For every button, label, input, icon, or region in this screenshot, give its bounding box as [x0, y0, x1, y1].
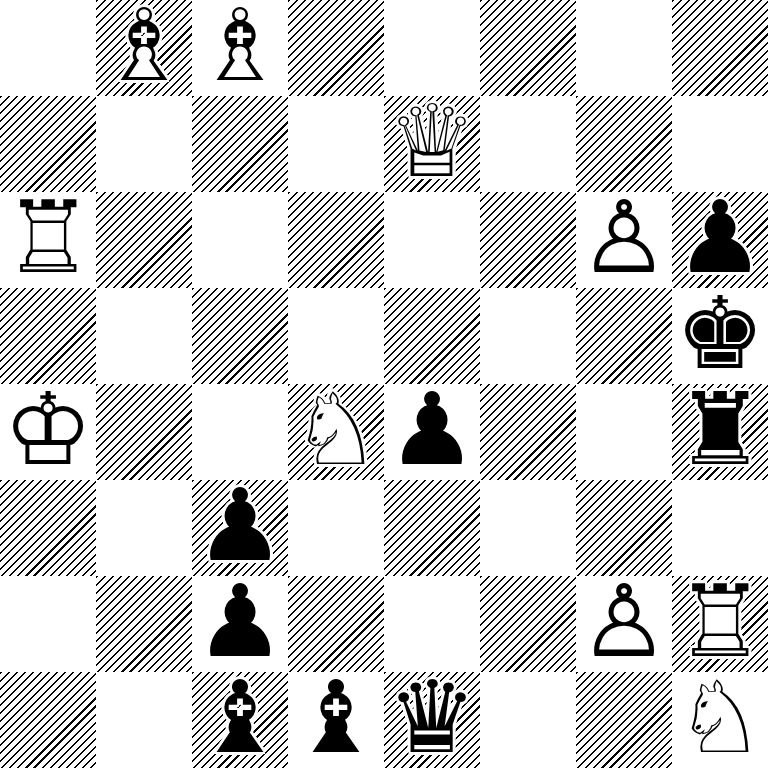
square-h5[interactable]: ♚♚ — [672, 288, 768, 384]
square-e2[interactable] — [384, 576, 480, 672]
square-a7[interactable] — [0, 96, 96, 192]
square-e1[interactable]: ♛♛ — [384, 672, 480, 768]
square-f5[interactable] — [480, 288, 576, 384]
square-e4[interactable]: ♟♟ — [384, 384, 480, 480]
square-g2[interactable]: ♟♙ — [576, 576, 672, 672]
square-a8[interactable] — [0, 0, 96, 96]
black-pawn-piece: ♟ — [192, 478, 288, 574]
black-pawn-piece: ♟ — [672, 190, 768, 286]
square-a6[interactable]: ♜♖ — [0, 192, 96, 288]
square-d1[interactable]: ♝♝ — [288, 672, 384, 768]
square-b8[interactable]: ♝♗ — [96, 0, 192, 96]
square-b1[interactable] — [96, 672, 192, 768]
square-b5[interactable] — [96, 288, 192, 384]
white-bishop-piece: ♗ — [192, 0, 288, 94]
square-a3[interactable] — [0, 480, 96, 576]
square-c7[interactable] — [192, 96, 288, 192]
white-knight-piece: ♘ — [288, 382, 384, 478]
white-pawn-piece: ♙ — [576, 574, 672, 670]
black-rook-halo: ♜ — [672, 382, 768, 478]
square-h6[interactable]: ♟♟ — [672, 192, 768, 288]
square-d2[interactable] — [288, 576, 384, 672]
square-g5[interactable] — [576, 288, 672, 384]
square-f1[interactable] — [480, 672, 576, 768]
square-f3[interactable] — [480, 480, 576, 576]
square-h7[interactable] — [672, 96, 768, 192]
white-pawn-halo: ♟ — [576, 190, 672, 286]
square-d3[interactable] — [288, 480, 384, 576]
square-a1[interactable] — [0, 672, 96, 768]
white-knight-piece: ♘ — [672, 670, 768, 766]
chess-board: ♝♗♝♗♛♕♜♖♟♙♟♟♚♚♚♔♞♘♟♟♜♜♟♟♟♟♟♙♜♖♝♝♝♝♛♛♞♘ — [0, 0, 768, 768]
square-f7[interactable] — [480, 96, 576, 192]
square-g3[interactable] — [576, 480, 672, 576]
square-d7[interactable] — [288, 96, 384, 192]
square-c8[interactable]: ♝♗ — [192, 0, 288, 96]
black-king-halo: ♚ — [672, 286, 768, 382]
square-f2[interactable] — [480, 576, 576, 672]
white-rook-halo: ♜ — [0, 190, 96, 286]
square-h8[interactable] — [672, 0, 768, 96]
square-h3[interactable] — [672, 480, 768, 576]
square-h1[interactable]: ♞♘ — [672, 672, 768, 768]
black-queen-piece: ♛ — [384, 670, 480, 766]
square-c1[interactable]: ♝♝ — [192, 672, 288, 768]
white-rook-piece: ♖ — [672, 574, 768, 670]
white-pawn-piece: ♙ — [576, 190, 672, 286]
white-queen-halo: ♛ — [384, 94, 480, 190]
white-pawn-halo: ♟ — [576, 574, 672, 670]
square-g7[interactable] — [576, 96, 672, 192]
white-bishop-halo: ♝ — [192, 0, 288, 94]
square-f4[interactable] — [480, 384, 576, 480]
black-pawn-halo: ♟ — [384, 382, 480, 478]
square-g8[interactable] — [576, 0, 672, 96]
square-h2[interactable]: ♜♖ — [672, 576, 768, 672]
black-bishop-piece: ♝ — [288, 670, 384, 766]
square-f6[interactable] — [480, 192, 576, 288]
square-c3[interactable]: ♟♟ — [192, 480, 288, 576]
white-king-piece: ♔ — [0, 382, 96, 478]
white-bishop-piece: ♗ — [96, 0, 192, 94]
square-d4[interactable]: ♞♘ — [288, 384, 384, 480]
white-knight-halo: ♞ — [672, 670, 768, 766]
black-pawn-halo: ♟ — [192, 574, 288, 670]
square-a2[interactable] — [0, 576, 96, 672]
square-e3[interactable] — [384, 480, 480, 576]
square-c5[interactable] — [192, 288, 288, 384]
black-pawn-halo: ♟ — [192, 478, 288, 574]
white-queen-piece: ♕ — [384, 94, 480, 190]
white-knight-halo: ♞ — [288, 382, 384, 478]
square-e5[interactable] — [384, 288, 480, 384]
black-bishop-halo: ♝ — [288, 670, 384, 766]
square-b2[interactable] — [96, 576, 192, 672]
square-f8[interactable] — [480, 0, 576, 96]
square-g6[interactable]: ♟♙ — [576, 192, 672, 288]
square-c6[interactable] — [192, 192, 288, 288]
square-g4[interactable] — [576, 384, 672, 480]
black-rook-piece: ♜ — [672, 382, 768, 478]
black-bishop-halo: ♝ — [192, 670, 288, 766]
square-c4[interactable] — [192, 384, 288, 480]
square-c2[interactable]: ♟♟ — [192, 576, 288, 672]
square-b6[interactable] — [96, 192, 192, 288]
black-queen-halo: ♛ — [384, 670, 480, 766]
square-g1[interactable] — [576, 672, 672, 768]
square-h4[interactable]: ♜♜ — [672, 384, 768, 480]
white-bishop-halo: ♝ — [96, 0, 192, 94]
square-d6[interactable] — [288, 192, 384, 288]
square-e7[interactable]: ♛♕ — [384, 96, 480, 192]
black-pawn-halo: ♟ — [672, 190, 768, 286]
square-e6[interactable] — [384, 192, 480, 288]
black-bishop-piece: ♝ — [192, 670, 288, 766]
white-rook-piece: ♖ — [0, 190, 96, 286]
square-b7[interactable] — [96, 96, 192, 192]
square-a5[interactable] — [0, 288, 96, 384]
square-d5[interactable] — [288, 288, 384, 384]
black-king-piece: ♚ — [672, 286, 768, 382]
square-b3[interactable] — [96, 480, 192, 576]
black-pawn-piece: ♟ — [384, 382, 480, 478]
black-pawn-piece: ♟ — [192, 574, 288, 670]
square-b4[interactable] — [96, 384, 192, 480]
square-e8[interactable] — [384, 0, 480, 96]
white-king-halo: ♚ — [0, 382, 96, 478]
square-d8[interactable] — [288, 0, 384, 96]
square-a4[interactable]: ♚♔ — [0, 384, 96, 480]
white-rook-halo: ♜ — [672, 574, 768, 670]
